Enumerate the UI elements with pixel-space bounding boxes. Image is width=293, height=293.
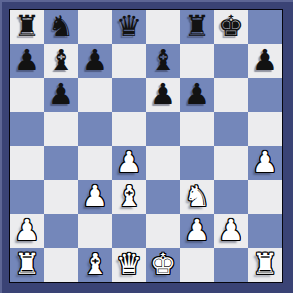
square-e1[interactable]: ♚ (146, 248, 180, 282)
square-d2[interactable] (112, 214, 146, 248)
square-a2[interactable]: ♟ (10, 214, 44, 248)
square-g2[interactable]: ♟ (214, 214, 248, 248)
square-b3[interactable] (44, 180, 78, 214)
white-pawn[interactable]: ♟ (112, 146, 146, 180)
square-c8[interactable] (78, 10, 112, 44)
black-pawn[interactable]: ♟ (78, 44, 112, 78)
square-h8[interactable] (248, 10, 282, 44)
square-f1[interactable] (180, 248, 214, 282)
square-b8[interactable]: ♞ (44, 10, 78, 44)
square-a8[interactable]: ♜ (10, 10, 44, 44)
black-bishop[interactable]: ♝ (44, 44, 78, 78)
square-h7[interactable]: ♟ (248, 44, 282, 78)
square-g4[interactable] (214, 146, 248, 180)
square-e8[interactable] (146, 10, 180, 44)
square-g1[interactable] (214, 248, 248, 282)
white-pawn[interactable]: ♟ (214, 214, 248, 248)
square-h3[interactable] (248, 180, 282, 214)
square-c6[interactable] (78, 78, 112, 112)
white-pawn[interactable]: ♟ (248, 146, 282, 180)
square-h1[interactable]: ♜ (248, 248, 282, 282)
square-d8[interactable]: ♛ (112, 10, 146, 44)
black-rook[interactable]: ♜ (180, 10, 214, 44)
white-king[interactable]: ♚ (146, 248, 180, 282)
white-knight[interactable]: ♞ (180, 180, 214, 214)
board-border: ♜♞♛♜♚♟♝♟♝♟♟♟♟♟♟♟♝♞♟♟♟♜♝♛♚♜ (9, 9, 283, 283)
square-h4[interactable]: ♟ (248, 146, 282, 180)
board-frame: ♜♞♛♜♚♟♝♟♝♟♟♟♟♟♟♟♝♞♟♟♟♜♝♛♚♜ (0, 0, 293, 293)
square-e5[interactable] (146, 112, 180, 146)
square-b7[interactable]: ♝ (44, 44, 78, 78)
square-d3[interactable]: ♝ (112, 180, 146, 214)
square-h5[interactable] (248, 112, 282, 146)
square-f2[interactable]: ♟ (180, 214, 214, 248)
square-d4[interactable]: ♟ (112, 146, 146, 180)
square-g5[interactable] (214, 112, 248, 146)
square-f5[interactable] (180, 112, 214, 146)
black-bishop[interactable]: ♝ (146, 44, 180, 78)
square-e6[interactable]: ♟ (146, 78, 180, 112)
square-g6[interactable] (214, 78, 248, 112)
black-rook[interactable]: ♜ (10, 10, 44, 44)
square-d1[interactable]: ♛ (112, 248, 146, 282)
square-c5[interactable] (78, 112, 112, 146)
black-pawn[interactable]: ♟ (146, 78, 180, 112)
square-g3[interactable] (214, 180, 248, 214)
square-e7[interactable]: ♝ (146, 44, 180, 78)
square-b4[interactable] (44, 146, 78, 180)
square-c7[interactable]: ♟ (78, 44, 112, 78)
white-pawn[interactable]: ♟ (10, 214, 44, 248)
square-h6[interactable] (248, 78, 282, 112)
black-pawn[interactable]: ♟ (180, 78, 214, 112)
square-a3[interactable] (10, 180, 44, 214)
square-g8[interactable]: ♚ (214, 10, 248, 44)
square-f7[interactable] (180, 44, 214, 78)
black-pawn[interactable]: ♟ (10, 44, 44, 78)
square-c4[interactable] (78, 146, 112, 180)
black-knight[interactable]: ♞ (44, 10, 78, 44)
square-e2[interactable] (146, 214, 180, 248)
black-pawn[interactable]: ♟ (44, 78, 78, 112)
white-rook[interactable]: ♜ (248, 248, 282, 282)
square-g7[interactable] (214, 44, 248, 78)
chess-board: ♜♞♛♜♚♟♝♟♝♟♟♟♟♟♟♟♝♞♟♟♟♜♝♛♚♜ (10, 10, 282, 282)
white-bishop[interactable]: ♝ (112, 180, 146, 214)
black-queen[interactable]: ♛ (112, 10, 146, 44)
square-b6[interactable]: ♟ (44, 78, 78, 112)
black-king[interactable]: ♚ (214, 10, 248, 44)
white-pawn[interactable]: ♟ (180, 214, 214, 248)
square-e3[interactable] (146, 180, 180, 214)
square-d6[interactable] (112, 78, 146, 112)
black-pawn[interactable]: ♟ (248, 44, 282, 78)
white-rook[interactable]: ♜ (10, 248, 44, 282)
square-e4[interactable] (146, 146, 180, 180)
square-b1[interactable] (44, 248, 78, 282)
square-f6[interactable]: ♟ (180, 78, 214, 112)
square-d7[interactable] (112, 44, 146, 78)
square-c2[interactable] (78, 214, 112, 248)
square-h2[interactable] (248, 214, 282, 248)
square-a6[interactable] (10, 78, 44, 112)
square-b5[interactable] (44, 112, 78, 146)
square-c3[interactable]: ♟ (78, 180, 112, 214)
square-f3[interactable]: ♞ (180, 180, 214, 214)
square-b2[interactable] (44, 214, 78, 248)
square-d5[interactable] (112, 112, 146, 146)
white-bishop[interactable]: ♝ (78, 248, 112, 282)
square-a4[interactable] (10, 146, 44, 180)
square-c1[interactable]: ♝ (78, 248, 112, 282)
white-pawn[interactable]: ♟ (78, 180, 112, 214)
square-a1[interactable]: ♜ (10, 248, 44, 282)
white-queen[interactable]: ♛ (112, 248, 146, 282)
square-f4[interactable] (180, 146, 214, 180)
square-a7[interactable]: ♟ (10, 44, 44, 78)
square-a5[interactable] (10, 112, 44, 146)
square-f8[interactable]: ♜ (180, 10, 214, 44)
